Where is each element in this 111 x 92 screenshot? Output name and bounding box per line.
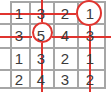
grid-cell-r3c2: 3 <box>31 48 51 68</box>
grid-cell-r4c2: 4 <box>31 69 51 89</box>
grid-cell-r1c2: 3 <box>31 3 51 23</box>
grid-cell-r3c1: 1 <box>9 48 29 68</box>
grid-cell-r4c3: 3 <box>55 69 75 89</box>
grid-cell-r1c3: 2 <box>55 3 75 23</box>
grid-cell-r2c1: 3 <box>9 26 29 46</box>
grid-cell-r2c4: 3 <box>80 26 100 46</box>
puzzle-grid: 1321354313212432 <box>0 0 111 92</box>
grid-cell-r4c4: 2 <box>80 69 100 89</box>
grid-cell-r4c1: 2 <box>9 69 29 89</box>
grid-cell-r3c3: 2 <box>55 48 75 68</box>
grid-cell-r1c1: 1 <box>9 3 29 23</box>
grid-cell-r1c4: 1 <box>80 3 100 23</box>
grid-cell-r2c2: 5 <box>31 26 51 46</box>
grid-cell-r2c3: 4 <box>55 26 75 46</box>
grid-vline <box>104 1 106 89</box>
grid-cell-r3c4: 1 <box>80 48 100 68</box>
